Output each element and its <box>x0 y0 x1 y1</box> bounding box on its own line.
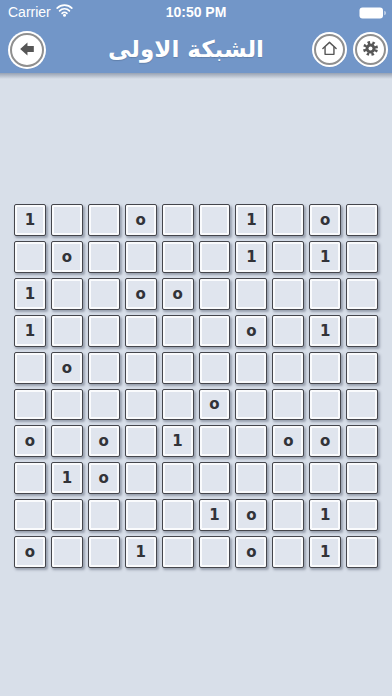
cell-r1c1[interactable]: 1 <box>14 204 46 236</box>
cell-r8c10[interactable] <box>346 462 378 494</box>
cell-r10c1[interactable]: o <box>14 536 46 568</box>
header: Carrier 10:50 PM <box>0 0 392 73</box>
cell-r5c8[interactable] <box>272 352 304 384</box>
cell-r9c4[interactable] <box>125 499 157 531</box>
cell-r1c7[interactable]: 1 <box>235 204 267 236</box>
cell-r2c9[interactable]: 1 <box>309 241 341 273</box>
cell-r3c9[interactable] <box>309 278 341 310</box>
cell-r8c6[interactable] <box>199 462 231 494</box>
cell-r2c7[interactable]: 1 <box>235 241 267 273</box>
cell-r3c3[interactable] <box>88 278 120 310</box>
back-arrow-icon <box>17 39 37 62</box>
cell-r1c5[interactable] <box>162 204 194 236</box>
cell-r7c4[interactable] <box>125 425 157 457</box>
cell-r2c3[interactable] <box>88 241 120 273</box>
cell-r3c2[interactable] <box>51 278 83 310</box>
cell-r5c10[interactable] <box>346 352 378 384</box>
cell-r10c9[interactable]: 1 <box>309 536 341 568</box>
cell-r4c6[interactable] <box>199 315 231 347</box>
cell-r2c4[interactable] <box>125 241 157 273</box>
cell-r8c7[interactable] <box>235 462 267 494</box>
cell-r6c6[interactable]: o <box>199 389 231 421</box>
cell-r1c3[interactable] <box>88 204 120 236</box>
cell-r10c3[interactable] <box>88 536 120 568</box>
gear-icon <box>361 39 380 61</box>
cell-r9c1[interactable] <box>14 499 46 531</box>
cell-r10c10[interactable] <box>346 536 378 568</box>
cell-r6c10[interactable] <box>346 389 378 421</box>
cell-r5c5[interactable] <box>162 352 194 384</box>
cell-r4c10[interactable] <box>346 315 378 347</box>
cell-r5c7[interactable] <box>235 352 267 384</box>
cell-r1c10[interactable] <box>346 204 378 236</box>
cell-r8c4[interactable] <box>125 462 157 494</box>
page-title: الشبكة الاولى <box>70 24 302 73</box>
cell-r7c7[interactable] <box>235 425 267 457</box>
cell-r4c4[interactable] <box>125 315 157 347</box>
cell-r2c2[interactable]: o <box>51 241 83 273</box>
cell-r6c9[interactable] <box>309 389 341 421</box>
cell-r5c9[interactable] <box>309 352 341 384</box>
cell-r7c3[interactable]: o <box>88 425 120 457</box>
cell-r7c9[interactable]: o <box>309 425 341 457</box>
cell-r6c7[interactable] <box>235 389 267 421</box>
status-bar: Carrier 10:50 PM <box>0 0 392 24</box>
cell-r8c1[interactable] <box>14 462 46 494</box>
cell-r7c2[interactable] <box>51 425 83 457</box>
cell-r7c6[interactable] <box>199 425 231 457</box>
navbar-shadow <box>0 73 392 79</box>
cell-r1c4[interactable]: o <box>125 204 157 236</box>
cell-r1c8[interactable] <box>272 204 304 236</box>
cell-r7c8[interactable]: o <box>272 425 304 457</box>
cell-r9c9[interactable]: 1 <box>309 499 341 531</box>
app-screen: Carrier 10:50 PM <box>0 0 392 696</box>
puzzle-grid: 1o1oo111oo1o1oooo1oo1o1o1o1o1 <box>14 204 378 568</box>
cell-r6c3[interactable] <box>88 389 120 421</box>
cell-r4c2[interactable] <box>51 315 83 347</box>
cell-r2c10[interactable] <box>346 241 378 273</box>
cell-r1c9[interactable]: o <box>309 204 341 236</box>
cell-r7c5[interactable]: 1 <box>162 425 194 457</box>
cell-r8c3[interactable]: o <box>88 462 120 494</box>
cell-r2c1[interactable] <box>14 241 46 273</box>
back-button[interactable] <box>10 33 44 67</box>
home-button[interactable] <box>314 34 345 65</box>
cell-r4c7[interactable]: o <box>235 315 267 347</box>
cell-r9c3[interactable] <box>88 499 120 531</box>
cell-r6c5[interactable] <box>162 389 194 421</box>
cell-r4c9[interactable]: 1 <box>309 315 341 347</box>
cell-r1c6[interactable] <box>199 204 231 236</box>
cell-r6c2[interactable] <box>51 389 83 421</box>
cell-r4c3[interactable] <box>88 315 120 347</box>
cell-r9c7[interactable]: o <box>235 499 267 531</box>
cell-r6c8[interactable] <box>272 389 304 421</box>
cell-r10c6[interactable] <box>199 536 231 568</box>
wifi-icon <box>56 4 73 20</box>
cell-r9c5[interactable] <box>162 499 194 531</box>
cell-r5c4[interactable] <box>125 352 157 384</box>
cell-r1c2[interactable] <box>51 204 83 236</box>
cell-r5c3[interactable] <box>88 352 120 384</box>
cell-r9c2[interactable] <box>51 499 83 531</box>
cell-r8c9[interactable] <box>309 462 341 494</box>
cell-r3c6[interactable] <box>199 278 231 310</box>
cell-r8c2[interactable]: 1 <box>51 462 83 494</box>
cell-r10c5[interactable] <box>162 536 194 568</box>
cell-r2c5[interactable] <box>162 241 194 273</box>
cell-r9c6[interactable]: 1 <box>199 499 231 531</box>
cell-r2c8[interactable] <box>272 241 304 273</box>
carrier-label: Carrier <box>8 4 51 20</box>
cell-r8c8[interactable] <box>272 462 304 494</box>
cell-r6c4[interactable] <box>125 389 157 421</box>
nav-bar: الشبكة الاولى <box>0 24 392 73</box>
clock-time: 10:50 PM <box>166 0 227 24</box>
cell-r6c1[interactable] <box>14 389 46 421</box>
cell-r4c8[interactable] <box>272 315 304 347</box>
cell-r10c2[interactable] <box>51 536 83 568</box>
cell-r3c1[interactable]: 1 <box>14 278 46 310</box>
cell-r10c8[interactable] <box>272 536 304 568</box>
cell-r3c10[interactable] <box>346 278 378 310</box>
cell-r7c10[interactable] <box>346 425 378 457</box>
battery-icon <box>359 6 386 22</box>
cell-r5c6[interactable] <box>199 352 231 384</box>
settings-button[interactable] <box>355 34 386 65</box>
cell-r4c5[interactable] <box>162 315 194 347</box>
cell-r3c4[interactable]: o <box>125 278 157 310</box>
cell-r7c1[interactable]: o <box>14 425 46 457</box>
home-icon <box>321 40 338 60</box>
cell-r3c8[interactable] <box>272 278 304 310</box>
cell-r9c10[interactable] <box>346 499 378 531</box>
cell-r10c4[interactable]: 1 <box>125 536 157 568</box>
cell-r8c5[interactable] <box>162 462 194 494</box>
cell-r3c7[interactable] <box>235 278 267 310</box>
cell-r10c7[interactable]: o <box>235 536 267 568</box>
cell-r9c8[interactable] <box>272 499 304 531</box>
cell-r5c1[interactable] <box>14 352 46 384</box>
cell-r5c2[interactable]: o <box>51 352 83 384</box>
cell-r2c6[interactable] <box>199 241 231 273</box>
cell-r3c5[interactable]: o <box>162 278 194 310</box>
cell-r4c1[interactable]: 1 <box>14 315 46 347</box>
